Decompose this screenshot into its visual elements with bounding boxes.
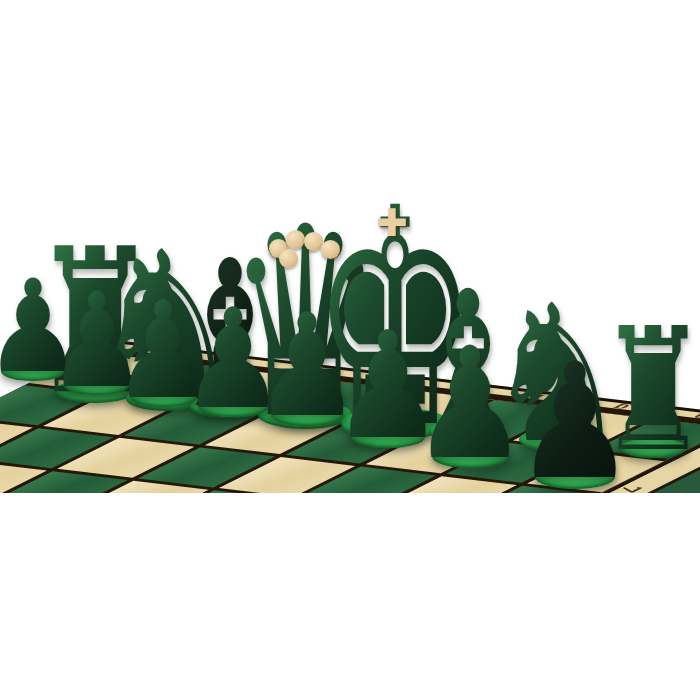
queen-crown-ball-2 <box>286 230 305 249</box>
queen-crown-ball-5 <box>279 249 298 268</box>
piece-h7-pawn: ♟ <box>514 342 636 502</box>
king-cross-finial: ✚ <box>376 204 408 242</box>
piece-g7-pawn: ♟ <box>411 327 528 481</box>
chess-set-photo: abcdefgh 7 ♜♞♝♛♚✚♝♞♜♟♟♟♟♟♟♟♟ <box>0 0 700 700</box>
photo-crop-bottom <box>0 493 700 700</box>
